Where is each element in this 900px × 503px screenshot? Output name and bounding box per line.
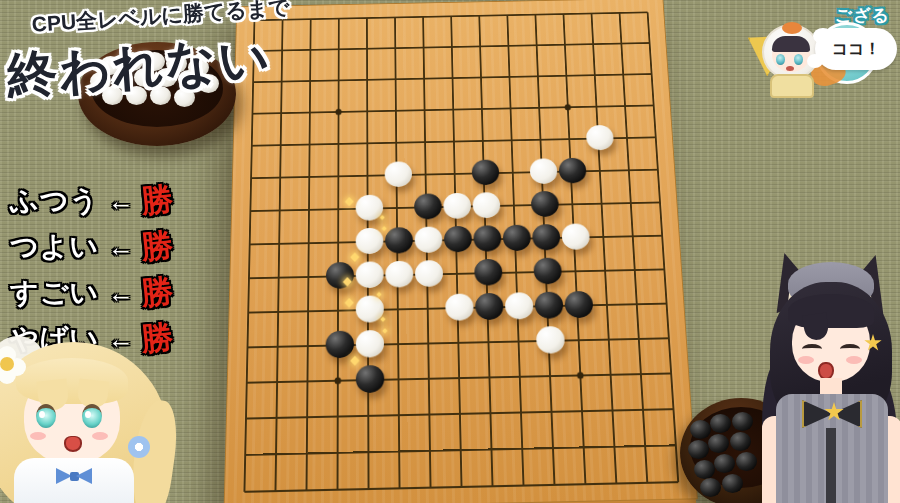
goban-grid[interactable]: [244, 12, 678, 491]
grid-line-vertical: [337, 19, 340, 490]
black-stone-in-bowl: [694, 460, 715, 479]
star-point: [577, 372, 584, 379]
speech-text: ココ！: [832, 39, 881, 60]
black-haired-animal-ear-girl-avatar: [760, 248, 900, 503]
black-stone: [356, 365, 385, 393]
star-point: [334, 377, 341, 384]
blush-left: [798, 356, 814, 364]
white-stone: [356, 261, 384, 288]
chibi-hair: [772, 36, 810, 52]
cpu-level-row: つよい ← 勝: [10, 224, 173, 270]
chibi-eye-left: [776, 54, 785, 65]
hair-bangs: [16, 358, 128, 404]
win-sparkle-icon: [382, 226, 387, 231]
stream-screen: { "game": "gomoku", "board": { "size": 1…: [0, 0, 900, 503]
white-stone: [536, 326, 565, 354]
win-sparkle-icon: [350, 253, 359, 262]
black-stone: [385, 227, 413, 254]
blue-flower-ornament: [128, 436, 150, 458]
black-stone: [472, 159, 500, 185]
black-stone-in-bowl: [708, 434, 729, 453]
grid-line-vertical: [591, 13, 618, 483]
board-wood-slab: [224, 0, 698, 503]
black-stone: [533, 257, 562, 284]
white-stone: [586, 125, 614, 151]
stream-title-overlay: CPU全レベルに勝てるまで 終われない: [3, 0, 259, 110]
open-mouth: [64, 436, 82, 452]
cpu-level-label: ふつう: [10, 182, 99, 220]
left-arrow-icon: ←: [108, 278, 134, 309]
closed-eye-right: [840, 344, 860, 354]
white-stone: [561, 223, 590, 250]
win-sparkle-icon: [382, 328, 387, 333]
grid-line-vertical: [306, 19, 312, 490]
white-stone: [443, 193, 471, 219]
black-stone: [531, 191, 559, 217]
duck-beak-icon: [782, 22, 802, 34]
cpu-level-row: ふつう ← 勝: [10, 178, 173, 224]
black-bow: [802, 400, 862, 426]
blue-ribbon: [56, 468, 92, 486]
white-stone: [445, 293, 474, 320]
black-stone-in-bowl: [690, 420, 711, 439]
star-brooch-icon: [824, 402, 844, 422]
black-stone-in-bowl: [700, 478, 721, 497]
blush-right: [846, 356, 862, 364]
win-sparkle-icon: [345, 298, 354, 307]
white-stone: [415, 260, 443, 287]
grid-line-vertical: [619, 13, 649, 483]
black-stone: [444, 226, 472, 253]
win-badge: 勝: [139, 223, 175, 270]
white-stone: [472, 192, 500, 218]
eye-right: [82, 404, 102, 428]
black-stone: [535, 291, 564, 318]
grid-line-vertical: [647, 12, 679, 482]
white-stone: [414, 226, 442, 253]
white-stone: [356, 228, 384, 255]
black-stone: [564, 291, 593, 318]
blush-left: [30, 432, 46, 440]
win-sparkle-icon: [380, 215, 385, 220]
cpu-level-label: つよい: [10, 228, 99, 266]
speech-bubble: ココ！: [815, 28, 897, 70]
vest-strap: [826, 428, 836, 503]
left-arrow-icon: ←: [108, 232, 134, 263]
black-stone-in-bowl: [732, 412, 753, 431]
win-sparkle-icon: [380, 317, 385, 322]
black-stone: [474, 259, 503, 286]
blonde-girl-avatar: [0, 340, 170, 503]
black-stone: [473, 225, 501, 252]
star-point: [335, 109, 341, 115]
hair-bangs: [788, 294, 874, 328]
cpu-level-label: すごい: [10, 274, 99, 312]
left-arrow-icon: ←: [108, 186, 134, 217]
black-stone: [326, 330, 354, 358]
white-stone: [356, 330, 384, 358]
flower-hair-ornament: [0, 346, 28, 384]
win-sparkle-icon: [350, 356, 359, 366]
black-stone-in-bowl: [714, 454, 735, 473]
black-stone-in-bowl: [730, 432, 751, 451]
win-badge: 勝: [139, 269, 175, 316]
star-point: [565, 104, 572, 110]
white-stone: [385, 261, 413, 288]
eye-left: [36, 404, 56, 428]
blush-right: [92, 432, 108, 440]
grid-line-vertical: [274, 20, 283, 491]
win-sparkle-icon: [376, 292, 381, 297]
black-stone: [475, 293, 504, 320]
chibi-body: [770, 74, 814, 98]
black-stone: [414, 193, 442, 219]
streamer-overlay: ござる ココ！: [740, 0, 900, 105]
black-stone-in-bowl: [688, 440, 709, 459]
white-stone: [385, 161, 413, 187]
black-stone: [326, 262, 354, 289]
black-stone: [532, 224, 561, 251]
white-stone: [505, 292, 534, 319]
black-stone-in-bowl: [710, 414, 731, 433]
win-badge: 勝: [139, 177, 175, 224]
chibi-mouth: [786, 66, 794, 71]
black-stone-in-bowl: [722, 474, 743, 493]
black-stone-in-bowl: [736, 452, 757, 471]
white-stone: [529, 158, 557, 184]
cpu-level-list: ふつう ← 勝 つよい ← 勝 すごい ← 勝 やばい ← 勝: [10, 178, 173, 362]
chibi-eye-right: [794, 54, 803, 65]
black-stone: [503, 224, 532, 251]
goban-board: [223, 0, 699, 503]
black-stone: [558, 158, 586, 184]
win-sparkle-icon: [345, 197, 354, 206]
closed-eye-left: [802, 344, 822, 354]
cpu-level-row: すごい ← 勝: [10, 270, 173, 316]
